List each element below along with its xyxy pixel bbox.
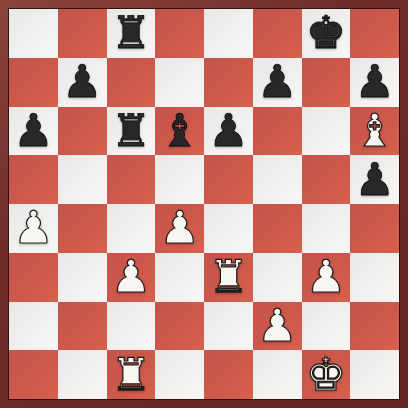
square-a7[interactable] (9, 58, 58, 107)
piece-black-pawn[interactable]: ♟ (257, 58, 297, 106)
square-h6[interactable]: ♝ (350, 107, 399, 156)
square-b7[interactable]: ♟ (58, 58, 107, 107)
square-a8[interactable] (9, 9, 58, 58)
square-a3[interactable] (9, 253, 58, 302)
square-e1[interactable] (204, 350, 253, 399)
square-d7[interactable] (155, 58, 204, 107)
square-d1[interactable] (155, 350, 204, 399)
square-e7[interactable] (204, 58, 253, 107)
square-e2[interactable] (204, 302, 253, 351)
piece-white-bishop[interactable]: ♝ (354, 107, 394, 155)
piece-black-pawn[interactable]: ♟ (62, 58, 102, 106)
square-b5[interactable] (58, 155, 107, 204)
square-b6[interactable] (58, 107, 107, 156)
square-g8[interactable]: ♚ (302, 9, 351, 58)
piece-white-pawn[interactable]: ♟ (306, 253, 346, 301)
square-h8[interactable] (350, 9, 399, 58)
square-a4[interactable]: ♟ (9, 204, 58, 253)
square-f4[interactable] (253, 204, 302, 253)
square-f7[interactable]: ♟ (253, 58, 302, 107)
piece-white-pawn[interactable]: ♟ (159, 204, 199, 252)
square-d2[interactable] (155, 302, 204, 351)
square-c8[interactable]: ♜ (107, 9, 156, 58)
square-a5[interactable] (9, 155, 58, 204)
square-b1[interactable] (58, 350, 107, 399)
square-g2[interactable] (302, 302, 351, 351)
piece-white-pawn[interactable]: ♟ (13, 204, 53, 252)
piece-black-rook[interactable]: ♜ (111, 9, 151, 57)
chess-board-frame: ♜♚♟♟♟♟♜♝♟♝♟♟♟♟♜♟♟♜♚ (0, 0, 408, 408)
square-h5[interactable]: ♟ (350, 155, 399, 204)
square-h2[interactable] (350, 302, 399, 351)
square-a6[interactable]: ♟ (9, 107, 58, 156)
square-c3[interactable]: ♟ (107, 253, 156, 302)
chess-board: ♜♚♟♟♟♟♜♝♟♝♟♟♟♟♜♟♟♜♚ (9, 9, 399, 399)
square-f1[interactable] (253, 350, 302, 399)
square-a2[interactable] (9, 302, 58, 351)
square-g1[interactable]: ♚ (302, 350, 351, 399)
square-g5[interactable] (302, 155, 351, 204)
piece-black-bishop[interactable]: ♝ (159, 107, 199, 155)
square-d4[interactable]: ♟ (155, 204, 204, 253)
square-e5[interactable] (204, 155, 253, 204)
square-e4[interactable] (204, 204, 253, 253)
square-c2[interactable] (107, 302, 156, 351)
piece-white-rook[interactable]: ♜ (111, 351, 151, 399)
square-f3[interactable] (253, 253, 302, 302)
square-d3[interactable] (155, 253, 204, 302)
piece-black-pawn[interactable]: ♟ (208, 107, 248, 155)
square-h7[interactable]: ♟ (350, 58, 399, 107)
piece-black-king[interactable]: ♚ (306, 9, 346, 57)
piece-black-pawn[interactable]: ♟ (354, 156, 394, 204)
square-g4[interactable] (302, 204, 351, 253)
square-b2[interactable] (58, 302, 107, 351)
square-d5[interactable] (155, 155, 204, 204)
piece-black-pawn[interactable]: ♟ (354, 58, 394, 106)
piece-white-rook[interactable]: ♜ (208, 253, 248, 301)
square-e6[interactable]: ♟ (204, 107, 253, 156)
piece-black-rook[interactable]: ♜ (111, 107, 151, 155)
square-c4[interactable] (107, 204, 156, 253)
square-c6[interactable]: ♜ (107, 107, 156, 156)
square-c1[interactable]: ♜ (107, 350, 156, 399)
square-b8[interactable] (58, 9, 107, 58)
piece-white-pawn[interactable]: ♟ (111, 253, 151, 301)
piece-white-pawn[interactable]: ♟ (257, 302, 297, 350)
square-d8[interactable] (155, 9, 204, 58)
square-f6[interactable] (253, 107, 302, 156)
square-h1[interactable] (350, 350, 399, 399)
square-g7[interactable] (302, 58, 351, 107)
square-f8[interactable] (253, 9, 302, 58)
square-g3[interactable]: ♟ (302, 253, 351, 302)
piece-white-king[interactable]: ♚ (306, 351, 346, 399)
square-b3[interactable] (58, 253, 107, 302)
square-c5[interactable] (107, 155, 156, 204)
square-f2[interactable]: ♟ (253, 302, 302, 351)
square-a1[interactable] (9, 350, 58, 399)
piece-black-pawn[interactable]: ♟ (13, 107, 53, 155)
square-h4[interactable] (350, 204, 399, 253)
square-h3[interactable] (350, 253, 399, 302)
square-f5[interactable] (253, 155, 302, 204)
square-g6[interactable] (302, 107, 351, 156)
square-d6[interactable]: ♝ (155, 107, 204, 156)
square-c7[interactable] (107, 58, 156, 107)
square-b4[interactable] (58, 204, 107, 253)
square-e3[interactable]: ♜ (204, 253, 253, 302)
square-e8[interactable] (204, 9, 253, 58)
